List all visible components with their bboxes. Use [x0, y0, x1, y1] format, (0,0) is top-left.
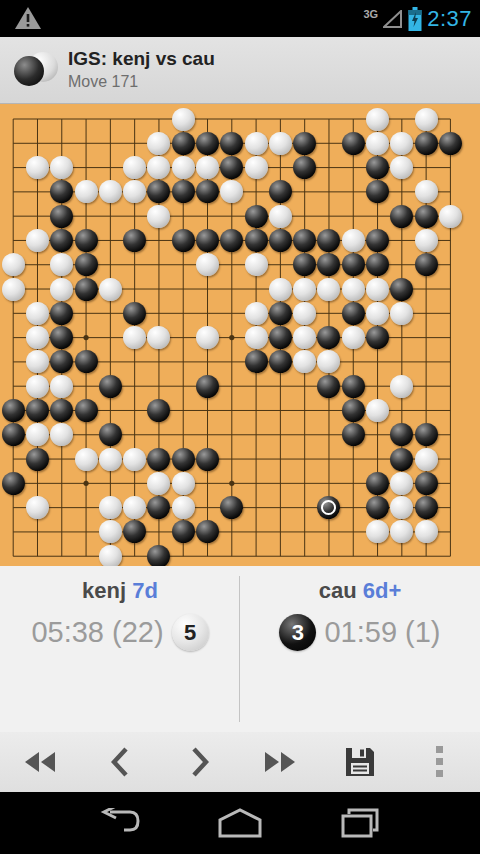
white-stone-10-9 — [245, 326, 268, 349]
black-stone-16-14 — [390, 448, 413, 471]
black-stone-0-15 — [2, 472, 25, 495]
black-stone-16-7 — [390, 278, 413, 301]
white-stone-16-1 — [390, 132, 413, 155]
white-captures-badge: 5 — [172, 614, 209, 651]
black-stone-0-13 — [2, 423, 25, 446]
black-stone-10-4 — [245, 205, 268, 228]
white-stone-15-12 — [366, 399, 389, 422]
white-stone-4-18 — [99, 545, 122, 566]
black-stone-3-6 — [75, 253, 98, 276]
black-stone-5-5 — [123, 229, 146, 252]
network-type-label: 3G — [363, 8, 378, 20]
black-stone-7-3 — [172, 180, 195, 203]
black-stone-14-8 — [342, 302, 365, 325]
white-stone-12-7 — [293, 278, 316, 301]
white-stone-0-6 — [2, 253, 25, 276]
white-stone-1-8 — [26, 302, 49, 325]
white-stone-3-3 — [75, 180, 98, 203]
white-stone-15-7 — [366, 278, 389, 301]
white-stone-8-2 — [196, 156, 219, 179]
black-stone-3-5 — [75, 229, 98, 252]
black-stone-8-1 — [196, 132, 219, 155]
black-stone-17-16 — [415, 496, 438, 519]
white-stone-15-8 — [366, 302, 389, 325]
black-player-time: 01:59 (1) — [324, 616, 440, 649]
save-floppy-icon — [344, 746, 376, 778]
status-bar: 3G 2:37 — [0, 0, 480, 37]
black-stone-12-1 — [293, 132, 316, 155]
black-stone-4-11 — [99, 375, 122, 398]
black-player-name: cau — [319, 578, 357, 603]
white-stone-3-14 — [75, 448, 98, 471]
black-stone-icon — [14, 56, 44, 86]
white-stone-0-7 — [2, 278, 25, 301]
white-stone-15-1 — [366, 132, 389, 155]
white-stone-4-7 — [99, 278, 122, 301]
white-stone-4-16 — [99, 496, 122, 519]
warning-icon — [14, 6, 42, 31]
black-stone-8-11 — [196, 375, 219, 398]
black-stone-14-1 — [342, 132, 365, 155]
battery-charging-icon — [408, 7, 422, 31]
black-stone-11-9 — [269, 326, 292, 349]
black-stone-7-17 — [172, 520, 195, 543]
white-stone-5-14 — [123, 448, 146, 471]
last-move-button[interactable] — [240, 732, 320, 792]
black-captures-badge: 3 — [279, 614, 316, 651]
white-stone-16-11 — [390, 375, 413, 398]
signal-strength-icon — [383, 10, 403, 28]
white-stone-10-1 — [245, 132, 268, 155]
black-stone-1-12 — [26, 399, 49, 422]
white-player-info: kenj 7d 05:38 (22) 5 — [0, 566, 240, 651]
white-stone-7-15 — [172, 472, 195, 495]
white-stone-17-0 — [415, 108, 438, 131]
phone-screen: 3G 2:37 IGS: kenj vs cau Move 171 — [0, 0, 480, 854]
white-stone-17-5 — [415, 229, 438, 252]
white-stone-1-2 — [26, 156, 49, 179]
android-nav-bar — [0, 792, 480, 854]
black-stone-15-9 — [366, 326, 389, 349]
move-number-label: Move 171 — [68, 71, 215, 93]
next-move-button[interactable] — [160, 732, 240, 792]
black-stone-7-5 — [172, 229, 195, 252]
white-stone-11-4 — [269, 205, 292, 228]
black-stone-8-14 — [196, 448, 219, 471]
save-button[interactable] — [320, 732, 400, 792]
go-stones-app-icon — [14, 51, 58, 89]
go-board[interactable] — [0, 104, 480, 566]
white-stone-11-7 — [269, 278, 292, 301]
white-stone-10-6 — [245, 253, 268, 276]
white-player-name: kenj — [82, 578, 126, 603]
white-stone-7-2 — [172, 156, 195, 179]
black-stone-14-13 — [342, 423, 365, 446]
players-panel: kenj 7d 05:38 (22) 5 cau 6d+ 3 01:59 (1) — [0, 566, 480, 732]
white-stone-14-5 — [342, 229, 365, 252]
white-stone-18-4 — [439, 205, 462, 228]
page-title: IGS: kenj vs cau — [68, 46, 215, 71]
black-stone-5-8 — [123, 302, 146, 325]
black-stone-14-6 — [342, 253, 365, 276]
black-player-info: cau 6d+ 3 01:59 (1) — [240, 566, 480, 651]
chevron-left-icon — [111, 747, 129, 777]
white-stone-17-14 — [415, 448, 438, 471]
black-stone-16-4 — [390, 205, 413, 228]
black-player-rank: 6d+ — [363, 578, 402, 603]
previous-move-button[interactable] — [80, 732, 160, 792]
white-stone-17-17 — [415, 520, 438, 543]
black-stone-6-14 — [147, 448, 170, 471]
last-move-marker — [321, 500, 336, 515]
black-stone-14-12 — [342, 399, 365, 422]
black-stone-12-5 — [293, 229, 316, 252]
white-stone-11-1 — [269, 132, 292, 155]
white-stone-1-11 — [26, 375, 49, 398]
white-stone-7-16 — [172, 496, 195, 519]
black-stone-2-4 — [50, 205, 73, 228]
black-stone-14-11 — [342, 375, 365, 398]
black-stone-8-5 — [196, 229, 219, 252]
overflow-menu-icon — [436, 746, 444, 778]
white-stone-4-14 — [99, 448, 122, 471]
black-stone-3-12 — [75, 399, 98, 422]
white-stone-8-9 — [196, 326, 219, 349]
nav-recents-button[interactable] — [320, 792, 400, 854]
game-toolbar — [0, 732, 480, 792]
white-stone-2-11 — [50, 375, 73, 398]
black-stone-17-4 — [415, 205, 438, 228]
chevron-right-icon — [191, 747, 209, 777]
white-stone-6-4 — [147, 205, 170, 228]
white-stone-10-8 — [245, 302, 268, 325]
white-stone-17-3 — [415, 180, 438, 203]
overflow-menu-button[interactable] — [400, 732, 480, 792]
home-icon — [218, 808, 262, 838]
black-stone-7-14 — [172, 448, 195, 471]
first-move-button[interactable] — [0, 732, 80, 792]
back-icon — [100, 808, 140, 838]
status-clock: 2:37 — [427, 6, 472, 32]
black-stone-7-1 — [172, 132, 195, 155]
white-stone-14-7 — [342, 278, 365, 301]
white-stone-10-2 — [245, 156, 268, 179]
white-player-rank: 7d — [132, 578, 158, 603]
white-player-time: 05:38 (22) — [31, 616, 163, 649]
black-stone-17-13 — [415, 423, 438, 446]
black-stone-17-6 — [415, 253, 438, 276]
white-stone-13-7 — [317, 278, 340, 301]
black-stone-15-5 — [366, 229, 389, 252]
rewind-icon — [23, 750, 57, 774]
title-bar: IGS: kenj vs cau Move 171 — [0, 37, 480, 104]
black-stone-10-5 — [245, 229, 268, 252]
black-stone-10-10 — [245, 350, 268, 373]
black-stone-4-13 — [99, 423, 122, 446]
black-stone-9-1 — [220, 132, 243, 155]
black-stone-6-18 — [147, 545, 170, 566]
black-stone-1-14 — [26, 448, 49, 471]
white-stone-15-0 — [366, 108, 389, 131]
white-stone-12-8 — [293, 302, 316, 325]
black-stone-15-15 — [366, 472, 389, 495]
white-stone-16-8 — [390, 302, 413, 325]
black-stone-3-10 — [75, 350, 98, 373]
white-stone-1-16 — [26, 496, 49, 519]
white-stone-7-0 — [172, 108, 195, 131]
white-stone-14-9 — [342, 326, 365, 349]
fast-forward-icon — [263, 750, 297, 774]
black-stone-17-15 — [415, 472, 438, 495]
black-stone-11-8 — [269, 302, 292, 325]
black-stone-2-8 — [50, 302, 73, 325]
black-stone-18-1 — [439, 132, 462, 155]
black-stone-15-2 — [366, 156, 389, 179]
white-stone-1-5 — [26, 229, 49, 252]
black-stone-17-1 — [415, 132, 438, 155]
recents-icon — [341, 808, 379, 838]
white-stone-1-9 — [26, 326, 49, 349]
nav-back-button[interactable] — [80, 792, 160, 854]
nav-home-button[interactable] — [200, 792, 280, 854]
black-stone-11-5 — [269, 229, 292, 252]
white-stone-2-7 — [50, 278, 73, 301]
black-stone-3-7 — [75, 278, 98, 301]
black-stone-0-12 — [2, 399, 25, 422]
